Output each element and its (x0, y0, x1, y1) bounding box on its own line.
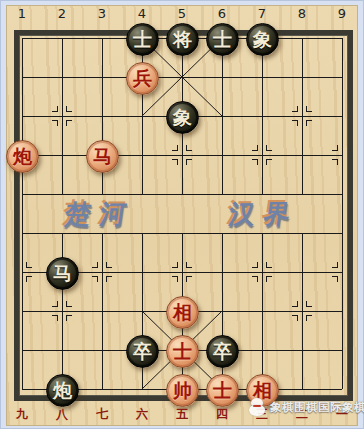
piece-red-cannon[interactable]: 炮 (6, 140, 39, 173)
piece-black-cannon[interactable]: 炮 (46, 374, 79, 407)
file-labels-bottom: 九八七六五四三二一 (0, 406, 364, 422)
piece-red-soldier[interactable]: 兵 (126, 62, 159, 95)
piece-black-elephant[interactable]: 象 (166, 101, 199, 134)
piece-red-advisor[interactable]: 士 (166, 335, 199, 368)
piece-black-soldier[interactable]: 卒 (206, 335, 239, 368)
piece-red-elephant[interactable]: 相 (166, 296, 199, 329)
piece-red-general[interactable]: 帅 (166, 374, 199, 407)
file-label-bottom-8: 二 (292, 406, 312, 423)
piece-black-elephant[interactable]: 象 (246, 23, 279, 56)
piece-black-general[interactable]: 将 (166, 23, 199, 56)
file-label-bottom-6: 四 (212, 406, 232, 423)
file-label-bottom-7: 三 (252, 406, 272, 423)
piece-red-elephant[interactable]: 相 (246, 374, 279, 407)
file-label-bottom-4: 六 (132, 406, 152, 423)
piece-black-soldier[interactable]: 卒 (126, 335, 159, 368)
piece-black-advisor[interactable]: 士 (206, 23, 239, 56)
piece-red-advisor[interactable]: 士 (206, 374, 239, 407)
piece-red-horse[interactable]: 马 (86, 140, 119, 173)
piece-black-advisor[interactable]: 士 (126, 23, 159, 56)
file-label-bottom-2: 八 (52, 406, 72, 423)
piece-black-horse[interactable]: 马 (46, 257, 79, 290)
file-label-bottom-5: 五 (172, 406, 192, 423)
file-label-bottom-1: 九 (12, 406, 32, 423)
pieces-layer: 士将士象兵象炮马马相卒士卒炮帅士相 (0, 0, 364, 429)
file-label-bottom-3: 七 (92, 406, 112, 423)
file-label-bottom-9: 一 (332, 406, 352, 423)
